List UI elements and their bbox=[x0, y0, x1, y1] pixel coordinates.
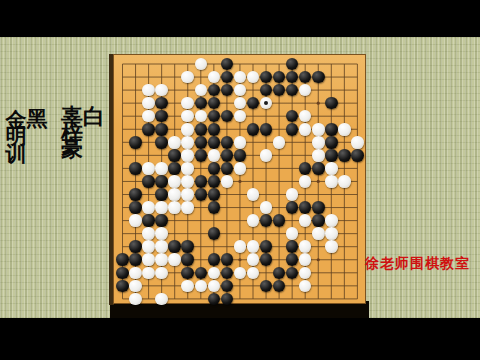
black-stone bbox=[221, 136, 234, 149]
classroom-caption: 徐老师围棋教室 bbox=[365, 255, 479, 273]
black-stone bbox=[181, 253, 194, 266]
white-stone bbox=[325, 240, 338, 253]
black-stone bbox=[129, 253, 142, 266]
black-stone bbox=[208, 123, 221, 136]
white-stone bbox=[155, 201, 168, 214]
white-stone bbox=[234, 136, 247, 149]
black-stone bbox=[116, 253, 129, 266]
white-stone bbox=[338, 123, 351, 136]
white-stone bbox=[155, 267, 168, 280]
white-stone bbox=[325, 175, 338, 188]
white-stone bbox=[299, 123, 312, 136]
white-stone bbox=[142, 240, 155, 253]
black-stone bbox=[325, 136, 338, 149]
black-stone bbox=[299, 162, 312, 175]
black-player-name: 金明训 bbox=[6, 92, 27, 143]
white-stone bbox=[155, 162, 168, 175]
black-player-label: 黑 金明训 bbox=[6, 92, 48, 143]
black-stone bbox=[142, 175, 155, 188]
black-stone bbox=[312, 201, 325, 214]
video-frame: 黑 金明训 白 辜梓豪 徐老师围棋教室 bbox=[0, 0, 480, 360]
white-stone bbox=[247, 188, 260, 201]
black-stone bbox=[195, 149, 208, 162]
white-stone bbox=[325, 214, 338, 227]
black-stone bbox=[116, 280, 129, 293]
white-stone bbox=[181, 136, 194, 149]
black-stone bbox=[195, 188, 208, 201]
letterbox-bottom bbox=[0, 318, 480, 360]
white-stone bbox=[221, 175, 234, 188]
black-stone bbox=[129, 201, 142, 214]
white-stone bbox=[181, 201, 194, 214]
white-stone bbox=[155, 240, 168, 253]
white-stone bbox=[168, 175, 181, 188]
black-stone bbox=[129, 188, 142, 201]
black-stone bbox=[142, 123, 155, 136]
white-stone bbox=[234, 240, 247, 253]
black-stone bbox=[168, 240, 181, 253]
black-stone bbox=[116, 267, 129, 280]
black-stone bbox=[195, 123, 208, 136]
white-stone bbox=[181, 123, 194, 136]
white-stone bbox=[325, 227, 338, 240]
letterbox-top bbox=[0, 0, 480, 37]
white-stone bbox=[181, 162, 194, 175]
black-stone bbox=[247, 123, 260, 136]
white-stone bbox=[129, 293, 142, 306]
black-stone bbox=[260, 123, 273, 136]
white-stone bbox=[129, 214, 142, 227]
white-stone bbox=[299, 175, 312, 188]
black-stone bbox=[129, 162, 142, 175]
white-stone bbox=[260, 201, 273, 214]
white-stone bbox=[129, 280, 142, 293]
white-player-name: 辜梓豪 bbox=[61, 87, 83, 135]
white-stone bbox=[273, 136, 286, 149]
black-stone bbox=[129, 240, 142, 253]
white-stone bbox=[195, 280, 208, 293]
white-stone bbox=[155, 227, 168, 240]
black-stone bbox=[129, 136, 142, 149]
black-stone bbox=[155, 214, 168, 227]
white-stone bbox=[351, 136, 364, 149]
white-stone bbox=[142, 227, 155, 240]
white-label: 白 bbox=[83, 87, 105, 125]
black-stone bbox=[208, 293, 221, 306]
black-stone bbox=[234, 149, 247, 162]
black-stone bbox=[155, 188, 168, 201]
black-stone bbox=[325, 123, 338, 136]
white-stone bbox=[208, 149, 221, 162]
black-stone bbox=[195, 175, 208, 188]
white-stone bbox=[142, 201, 155, 214]
white-stone bbox=[181, 188, 194, 201]
black-stone bbox=[221, 162, 234, 175]
white-stone bbox=[181, 175, 194, 188]
black-stone bbox=[325, 97, 338, 110]
black-stone bbox=[195, 267, 208, 280]
black-stone bbox=[181, 240, 194, 253]
black-stone bbox=[221, 293, 234, 306]
black-stone bbox=[195, 136, 208, 149]
white-stone bbox=[155, 293, 168, 306]
white-stone bbox=[312, 123, 325, 136]
black-stone bbox=[208, 162, 221, 175]
white-stone bbox=[286, 188, 299, 201]
white-stone bbox=[142, 267, 155, 280]
white-stone bbox=[234, 162, 247, 175]
white-stone bbox=[312, 136, 325, 149]
black-stone bbox=[351, 149, 364, 162]
black-stone bbox=[325, 149, 338, 162]
black-stone bbox=[208, 201, 221, 214]
black-stone bbox=[312, 71, 325, 84]
white-stone bbox=[142, 253, 155, 266]
black-stone bbox=[181, 267, 194, 280]
white-stone bbox=[181, 280, 194, 293]
black-stone bbox=[312, 214, 325, 227]
black-stone bbox=[155, 123, 168, 136]
black-stone bbox=[221, 149, 234, 162]
white-stone bbox=[325, 162, 338, 175]
black-stone bbox=[312, 162, 325, 175]
white-stone bbox=[181, 149, 194, 162]
white-stone bbox=[312, 227, 325, 240]
black-stone bbox=[286, 123, 299, 136]
black-stone bbox=[208, 136, 221, 149]
black-stone bbox=[221, 253, 234, 266]
scene-background: 黑 金明训 白 辜梓豪 徐老师围棋教室 bbox=[0, 37, 480, 318]
black-stone bbox=[168, 162, 181, 175]
black-stone bbox=[208, 253, 221, 266]
white-stone bbox=[168, 253, 181, 266]
white-stone bbox=[168, 201, 181, 214]
white-stone bbox=[155, 253, 168, 266]
white-stone bbox=[129, 267, 142, 280]
black-label: 黑 bbox=[27, 92, 48, 133]
black-stone bbox=[208, 227, 221, 240]
white-player-label: 白 辜梓豪 bbox=[61, 87, 105, 135]
white-stone bbox=[168, 188, 181, 201]
black-stone bbox=[208, 175, 221, 188]
white-stone bbox=[260, 149, 273, 162]
black-stone bbox=[168, 149, 181, 162]
white-stone bbox=[208, 267, 221, 280]
white-stone bbox=[338, 175, 351, 188]
go-board bbox=[113, 54, 366, 304]
white-stone bbox=[168, 136, 181, 149]
white-stone bbox=[312, 149, 325, 162]
black-stone bbox=[155, 175, 168, 188]
black-stone bbox=[260, 214, 273, 227]
white-stone bbox=[142, 162, 155, 175]
black-stone bbox=[208, 188, 221, 201]
black-stone bbox=[338, 149, 351, 162]
black-stone bbox=[155, 136, 168, 149]
white-stone bbox=[247, 214, 260, 227]
black-stone bbox=[142, 214, 155, 227]
